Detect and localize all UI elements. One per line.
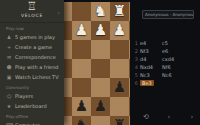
black-rook[interactable]: ♜ [113,118,126,125]
tv-icon: ▣ [6,74,12,80]
board-square[interactable]: ♞ [72,116,91,125]
black-move[interactable]: c5 [162,40,168,46]
board-square[interactable] [72,59,91,78]
board-square[interactable]: ♜ [110,116,129,125]
game-panel: Anonymous - Anonymous 1e4c52Nf3e63d4cxd4… [130,0,200,125]
menu-item-leaderboard[interactable]: ★Leaderboard [0,101,64,111]
black-pawn[interactable]: ♟ [113,80,126,95]
move-number: 5 [131,71,138,79]
menu-item-label: Watch Lichess TV [15,74,59,80]
menu-item-correspondence[interactable]: ✉Correspondence [0,52,64,62]
person-icon: ☻ [6,64,12,70]
menu-item-watch-lichess-tv[interactable]: ▣Watch Lichess TV [0,72,64,82]
menu-item-label: Correspondence [15,54,56,60]
board-square[interactable] [110,59,129,78]
menu-item-players[interactable]: ☺Players [0,91,64,101]
board-square[interactable]: ♟ [110,78,129,97]
move-number: 1 [131,39,138,47]
black-knight[interactable]: ♞ [75,118,88,125]
move-list[interactable]: 1e4c52Nf3e63d4cxd44Nxd4Nf65Nc3Nc66Be3 [131,39,199,87]
move-number: 4 [131,63,138,71]
black-move[interactable]: cxd4 [162,56,174,62]
board-square[interactable] [72,78,91,97]
black-move[interactable]: e6 [162,48,168,54]
menu-section-header: Play now [0,23,64,32]
move-row: 6Be3 [131,79,199,87]
menu-item-computer[interactable]: ⌨Computer [0,120,64,125]
pawn-icon: ♟ [6,34,12,40]
white-move[interactable]: e4 [140,40,146,46]
board-square[interactable] [110,40,129,59]
board-square[interactable]: ♟ [72,97,91,116]
move-number: 3 [131,55,138,63]
board-square[interactable]: ♟ [110,21,129,40]
white-pawn[interactable]: ♟ [113,23,126,38]
menu-item-label: Players [15,93,33,99]
black-pawn[interactable]: ♟ [94,99,107,114]
board-square[interactable] [91,40,110,59]
white-move[interactable]: d4 [140,56,146,62]
menu-item-play-with-a-friend[interactable]: ☻Play with a friend [0,62,64,72]
board-square[interactable] [72,40,91,59]
board-square[interactable] [72,2,91,21]
menu-item-label: Create a game [15,44,52,50]
menu-item-label: Leaderboard [15,103,47,109]
white-pawn[interactable]: ♟ [75,23,88,38]
black-pawn[interactable]: ♟ [75,99,88,114]
board-square[interactable] [91,59,110,78]
white-rook[interactable]: ♜ [113,4,126,19]
app-screen: ♞♜♚♟♟♟♟♟♟♟♞♜ Anonymous - Anonymous 1e4c5… [0,0,200,125]
chevron-right-icon[interactable]: › [58,9,60,16]
menu-item-label: Computer [15,122,40,125]
plus-icon: + [6,44,12,50]
monitor-icon: ⌨ [6,122,12,125]
move-row: 4Nxd4Nf6 [131,63,199,71]
move-number: 2 [131,47,138,55]
board-square[interactable]: ♟ [91,21,110,40]
menu-section-header: Community [0,82,64,91]
forward-icon[interactable]: › [186,113,198,122]
board-square[interactable] [91,78,110,97]
menu-item-label: Play with a friend [15,64,59,70]
board-square[interactable]: ♟ [72,21,91,40]
white-knight[interactable]: ♞ [94,4,107,19]
white-move[interactable]: Nf3 [140,48,149,54]
drawer-menu: Play now♟5 games in play+Create a game✉C… [0,23,64,125]
envelope-icon: ✉ [6,54,12,60]
rook-icon: ♖ [0,1,64,13]
nav-drawer: ♖ VELOCE › Play now♟5 games in play+Crea… [0,0,64,125]
white-move[interactable]: Be3 [140,80,154,86]
menu-item-create-a-game[interactable]: +Create a game [0,42,64,52]
black-move[interactable]: Nc6 [162,72,172,78]
move-row: 5Nc3Nc6 [131,71,199,79]
menu-item-5-games-in-play[interactable]: ♟5 games in play [0,32,64,42]
board-square[interactable]: ♞ [91,2,110,21]
trophy-icon: ★ [6,103,12,109]
move-number: 6 [131,79,138,87]
board-square[interactable]: ♟ [91,97,110,116]
board-square[interactable]: ♜ [110,2,129,21]
menu-item-label: 5 games in play [15,34,55,40]
move-row: 3d4cxd4 [131,55,199,63]
people-icon: ☺ [6,93,12,99]
drawer-header[interactable]: ♖ VELOCE › [0,1,64,23]
replay-controls: ⟲‹› [140,113,198,122]
move-row: 1e4c5 [131,39,199,47]
game-header: Anonymous - Anonymous [142,10,194,19]
app-title: VELOCE [0,13,64,18]
rewind-icon[interactable]: ⟲ [140,113,152,122]
white-move[interactable]: Nc3 [140,72,150,78]
black-move[interactable]: Nf6 [162,64,171,70]
back-icon[interactable]: ‹ [163,113,175,122]
board-square[interactable] [91,116,110,125]
menu-section-header: Play offline [0,111,64,120]
board-square[interactable] [110,97,129,116]
white-pawn[interactable]: ♟ [94,23,107,38]
move-row: 2Nf3e6 [131,47,199,55]
white-move[interactable]: Nxd4 [140,64,153,70]
